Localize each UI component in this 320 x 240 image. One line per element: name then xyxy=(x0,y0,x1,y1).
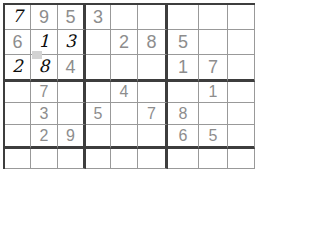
cell-r6c1[interactable] xyxy=(5,125,31,149)
cell-r4c6[interactable] xyxy=(138,82,168,103)
cell-r2c4[interactable] xyxy=(86,30,111,55)
cell-r4c4[interactable] xyxy=(86,82,111,103)
cell-r5c8[interactable] xyxy=(199,103,228,125)
given-digit: 6 xyxy=(12,33,22,51)
cell-r3c3[interactable]: 4 xyxy=(58,55,86,82)
given-digit: 5 xyxy=(94,106,103,122)
given-digit: 2 xyxy=(40,128,49,144)
cell-r3c4[interactable] xyxy=(86,55,111,82)
cell-r1c9[interactable] xyxy=(228,5,230,30)
cell-r2c6[interactable]: 8 xyxy=(138,30,168,55)
given-digit: 5 xyxy=(65,8,75,26)
cell-r7c6[interactable] xyxy=(138,149,168,153)
cell-r3c6[interactable] xyxy=(138,55,168,82)
cell-r5c6[interactable]: 7 xyxy=(138,103,168,125)
entered-digit: 7 xyxy=(12,8,23,25)
cell-r5c7[interactable]: 8 xyxy=(168,103,199,125)
cell-r4c9[interactable] xyxy=(228,82,230,103)
given-digit: 6 xyxy=(179,128,188,144)
given-digit: 4 xyxy=(65,58,75,76)
given-digit: 5 xyxy=(209,128,218,144)
cell-r1c2[interactable]: 9 xyxy=(31,5,58,30)
cell-r6c6[interactable] xyxy=(138,125,168,149)
cell-r6c9[interactable] xyxy=(228,125,230,149)
given-digit: 8 xyxy=(179,106,188,122)
given-digit: 5 xyxy=(178,33,188,51)
given-digit: 7 xyxy=(147,106,156,122)
cell-r4c1[interactable] xyxy=(5,82,31,103)
cell-r6c8[interactable]: 5 xyxy=(199,125,228,149)
given-digit: 7 xyxy=(208,58,218,76)
cell-r2c5[interactable]: 2 xyxy=(111,30,138,55)
cell-r2c1[interactable]: 6 xyxy=(5,30,31,55)
cell-r3c2[interactable]: 8 xyxy=(31,55,58,82)
cell-r7c1[interactable] xyxy=(5,149,31,153)
given-digit: 9 xyxy=(39,8,49,26)
cell-r3c9[interactable] xyxy=(228,55,230,82)
cell-r7c3[interactable] xyxy=(58,149,86,153)
cell-r1c5[interactable] xyxy=(111,5,138,30)
cell-r7c9[interactable] xyxy=(228,149,230,153)
given-digit: 7 xyxy=(40,84,49,100)
given-digit: 4 xyxy=(120,84,129,100)
cell-r2c3[interactable]: 3 xyxy=(58,30,86,55)
cell-r1c7[interactable] xyxy=(168,5,199,30)
given-digit: 8 xyxy=(146,33,156,51)
cell-r4c5[interactable]: 4 xyxy=(111,82,138,103)
cell-r7c5[interactable] xyxy=(111,149,138,153)
cell-r4c8[interactable]: 1 xyxy=(199,82,228,103)
entered-digit: 3 xyxy=(65,33,76,50)
cell-r3c5[interactable] xyxy=(111,55,138,82)
cell-r2c8[interactable] xyxy=(199,30,228,55)
cell-r1c3[interactable]: 5 xyxy=(58,5,86,30)
given-digit: 3 xyxy=(93,8,103,26)
cell-r6c2[interactable]: 2 xyxy=(31,125,58,149)
cell-r5c4[interactable]: 5 xyxy=(86,103,111,125)
cell-r6c7[interactable]: 6 xyxy=(168,125,199,149)
cell-r5c1[interactable] xyxy=(5,103,31,125)
cell-r1c4[interactable]: 3 xyxy=(86,5,111,30)
cell-r5c5[interactable] xyxy=(111,103,138,125)
cell-r1c6[interactable] xyxy=(138,5,168,30)
cell-r6c3[interactable]: 9 xyxy=(58,125,86,149)
cell-r2c7[interactable]: 5 xyxy=(168,30,199,55)
given-digit: 9 xyxy=(66,128,75,144)
cell-r1c1[interactable]: 7 xyxy=(5,5,31,30)
cell-r7c2[interactable] xyxy=(31,149,58,153)
cell-r7c7[interactable] xyxy=(168,149,199,153)
cell-r5c9[interactable] xyxy=(228,103,230,125)
cell-r6c5[interactable] xyxy=(111,125,138,149)
entered-digit: 2 xyxy=(12,58,23,75)
cell-r3c1[interactable]: 2 xyxy=(5,55,31,82)
cell-r3c8[interactable]: 7 xyxy=(199,55,228,82)
given-digit: 3 xyxy=(40,106,49,122)
cell-r3c7[interactable]: 1 xyxy=(168,55,199,82)
cell-r4c3[interactable] xyxy=(58,82,86,103)
given-digit: 2 xyxy=(119,33,129,51)
cell-r7c8[interactable] xyxy=(199,149,228,153)
entered-digit: 8 xyxy=(39,58,50,75)
entered-digit: 1 xyxy=(39,33,50,50)
cell-r2c9[interactable] xyxy=(228,30,230,55)
cell-r6c4[interactable] xyxy=(86,125,111,149)
cell-r1c8[interactable] xyxy=(199,5,228,30)
cell-r5c3[interactable] xyxy=(58,103,86,125)
cell-r4c7[interactable] xyxy=(168,82,199,103)
sudoku-board: 79536132852841774135782965 xyxy=(3,3,230,153)
given-digit: 1 xyxy=(178,58,188,76)
given-digit: 1 xyxy=(209,84,218,100)
cell-cursor-marker xyxy=(32,51,42,59)
cell-r4c2[interactable]: 7 xyxy=(31,82,58,103)
cell-r7c4[interactable] xyxy=(86,149,111,153)
cell-r5c2[interactable]: 3 xyxy=(31,103,58,125)
